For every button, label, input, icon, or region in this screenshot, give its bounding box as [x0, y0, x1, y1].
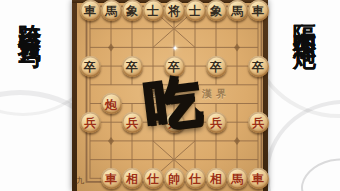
background-ink-signature: [294, 150, 340, 191]
piece-character: 卒: [84, 61, 96, 73]
caption-right: 隔山还你一炮: [294, 6, 317, 33]
piece-character: 兵: [168, 117, 180, 129]
background-ink-art: [265, 100, 340, 191]
piece-character: 卒: [252, 61, 264, 73]
piece-character: 馬: [231, 5, 243, 17]
piece-character: 相: [210, 173, 222, 185]
piece-character: 車: [252, 5, 264, 17]
piece-black-r0c2[interactable]: 象: [122, 0, 143, 21]
piece-character: 相: [126, 173, 138, 185]
piece-character: 兵: [84, 117, 96, 129]
piece-black-r3c0[interactable]: 卒: [80, 56, 101, 77]
piece-red-r9c5[interactable]: 仕: [185, 168, 206, 189]
piece-black-r3c4[interactable]: 卒: [164, 56, 185, 77]
piece-red-r9c1[interactable]: 車: [101, 168, 122, 189]
piece-character: 車: [252, 173, 264, 185]
piece-red-r6c4[interactable]: 兵: [164, 112, 185, 133]
piece-red-r9c2[interactable]: 相: [122, 168, 143, 189]
piece-black-r0c0[interactable]: 車: [80, 0, 101, 21]
piece-red-r5c1[interactable]: 炮: [101, 93, 122, 114]
piece-red-r6c2[interactable]: 兵: [122, 112, 143, 133]
piece-character: 卒: [168, 61, 180, 73]
piece-character: 象: [210, 5, 222, 17]
river-label-hanjie: 漢界: [202, 87, 230, 101]
piece-red-r9c8[interactable]: 車: [248, 168, 269, 189]
caption-left: 跨日偷我一马: [19, 6, 42, 33]
piece-black-r0c5[interactable]: 士: [185, 0, 206, 21]
piece-character: 将: [168, 5, 180, 17]
board-frame-left: [72, 0, 77, 191]
video-thumbnail: 跨日偷我一马 隔山还你一炮 楚河 漢界: [0, 0, 340, 191]
piece-character: 車: [105, 173, 117, 185]
piece-character: 馬: [231, 173, 243, 185]
piece-red-r9c3[interactable]: 仕: [143, 168, 164, 189]
piece-character: 帥: [168, 173, 180, 185]
board-frame-right: [263, 0, 268, 191]
piece-character: 仕: [147, 173, 159, 185]
piece-black-r0c8[interactable]: 車: [248, 0, 269, 21]
piece-character: 兵: [126, 117, 138, 129]
piece-red-r9c4[interactable]: 帥: [164, 168, 185, 189]
piece-red-r6c8[interactable]: 兵: [248, 112, 269, 133]
piece-black-r0c4[interactable]: 将: [164, 0, 185, 21]
river-label-chuhe: 楚河: [146, 87, 174, 101]
piece-character: 仕: [189, 173, 201, 185]
piece-character: 卒: [210, 61, 222, 73]
piece-black-r3c8[interactable]: 卒: [248, 56, 269, 77]
piece-black-r0c1[interactable]: 馬: [101, 0, 122, 21]
piece-character: 象: [126, 5, 138, 17]
piece-black-r3c2[interactable]: 卒: [122, 56, 143, 77]
piece-character: 卒: [126, 61, 138, 73]
piece-red-r6c0[interactable]: 兵: [80, 112, 101, 133]
piece-character: 兵: [252, 117, 264, 129]
piece-character: 炮: [105, 98, 117, 110]
piece-black-r0c3[interactable]: 士: [143, 0, 164, 21]
piece-red-r9c7[interactable]: 馬: [227, 168, 248, 189]
piece-character: 馬: [105, 5, 117, 17]
piece-character: 車: [84, 5, 96, 17]
xiangqi-board[interactable]: 楚河 漢界 九 車馬象士将士象馬車卒卒卒卒卒炮兵兵兵兵兵車相仕帥仕相馬車 ✦ 吃: [72, 0, 268, 191]
piece-red-r9c6[interactable]: 相: [206, 168, 227, 189]
piece-black-r3c6[interactable]: 卒: [206, 56, 227, 77]
piece-red-r6c6[interactable]: 兵: [206, 112, 227, 133]
piece-black-r0c6[interactable]: 象: [206, 0, 227, 21]
piece-black-r0c7[interactable]: 馬: [227, 0, 248, 21]
piece-character: 士: [189, 5, 201, 17]
file-label-nine: 九: [76, 175, 84, 186]
piece-character: 士: [147, 5, 159, 17]
piece-character: 兵: [210, 117, 222, 129]
